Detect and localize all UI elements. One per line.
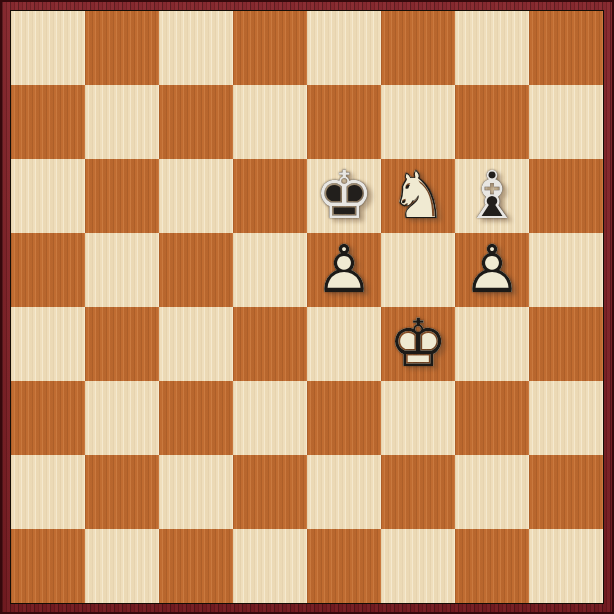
square-h4[interactable] [529,307,603,381]
square-c6[interactable] [159,159,233,233]
square-c4[interactable] [159,307,233,381]
black-king-glyph-outline: ♔ [307,159,381,233]
piece-white-pawn[interactable]: ♟♙ [307,233,381,307]
square-e5[interactable]: ♟♙ [307,233,381,307]
square-e8[interactable] [307,11,381,85]
square-a5[interactable] [11,233,85,307]
square-b3[interactable] [85,381,159,455]
square-g7[interactable] [455,85,529,159]
square-g2[interactable] [455,455,529,529]
square-d1[interactable] [233,529,307,603]
square-b4[interactable] [85,307,159,381]
piece-white-knight[interactable]: ♞♘ [381,159,455,233]
square-e1[interactable] [307,529,381,603]
square-f1[interactable] [381,529,455,603]
square-f4[interactable]: ♚♔ [381,307,455,381]
square-e2[interactable] [307,455,381,529]
piece-black-bishop[interactable]: ♝♗ [455,159,529,233]
piece-white-pawn[interactable]: ♟♙ [455,233,529,307]
square-a3[interactable] [11,381,85,455]
square-f2[interactable] [381,455,455,529]
square-e4[interactable] [307,307,381,381]
square-h5[interactable] [529,233,603,307]
square-g4[interactable] [455,307,529,381]
square-e6[interactable]: ♚♔ [307,159,381,233]
square-h1[interactable] [529,529,603,603]
square-b6[interactable] [85,159,159,233]
square-g6[interactable]: ♝♗ [455,159,529,233]
square-g5[interactable]: ♟♙ [455,233,529,307]
square-a7[interactable] [11,85,85,159]
square-h2[interactable] [529,455,603,529]
white-pawn-glyph-outline: ♙ [307,233,381,307]
board-frame: ♚♔♞♘♝♗♟♙♟♙♚♔ [0,0,614,614]
square-g1[interactable] [455,529,529,603]
square-f6[interactable]: ♞♘ [381,159,455,233]
square-a8[interactable] [11,11,85,85]
square-g8[interactable] [455,11,529,85]
square-d7[interactable] [233,85,307,159]
square-a2[interactable] [11,455,85,529]
square-d2[interactable] [233,455,307,529]
square-c2[interactable] [159,455,233,529]
white-king-glyph-outline: ♔ [381,307,455,381]
white-knight-glyph-outline: ♘ [381,159,455,233]
square-e7[interactable] [307,85,381,159]
chess-app-window: ♚♔♞♘♝♗♟♙♟♙♚♔ [0,0,614,614]
square-d8[interactable] [233,11,307,85]
square-d5[interactable] [233,233,307,307]
square-c5[interactable] [159,233,233,307]
square-f5[interactable] [381,233,455,307]
square-c7[interactable] [159,85,233,159]
square-h3[interactable] [529,381,603,455]
square-a1[interactable] [11,529,85,603]
square-c1[interactable] [159,529,233,603]
square-h8[interactable] [529,11,603,85]
square-f8[interactable] [381,11,455,85]
square-g3[interactable] [455,381,529,455]
square-e3[interactable] [307,381,381,455]
square-d4[interactable] [233,307,307,381]
square-b7[interactable] [85,85,159,159]
piece-white-king[interactable]: ♚♔ [381,307,455,381]
square-a4[interactable] [11,307,85,381]
square-c3[interactable] [159,381,233,455]
square-b2[interactable] [85,455,159,529]
white-pawn-glyph-outline: ♙ [455,233,529,307]
square-b1[interactable] [85,529,159,603]
square-h7[interactable] [529,85,603,159]
square-b5[interactable] [85,233,159,307]
square-a6[interactable] [11,159,85,233]
square-f7[interactable] [381,85,455,159]
black-bishop-glyph-outline: ♗ [455,159,529,233]
chess-board: ♚♔♞♘♝♗♟♙♟♙♚♔ [10,10,604,604]
piece-black-king[interactable]: ♚♔ [307,159,381,233]
square-h6[interactable] [529,159,603,233]
square-f3[interactable] [381,381,455,455]
square-d3[interactable] [233,381,307,455]
square-c8[interactable] [159,11,233,85]
square-b8[interactable] [85,11,159,85]
square-d6[interactable] [233,159,307,233]
